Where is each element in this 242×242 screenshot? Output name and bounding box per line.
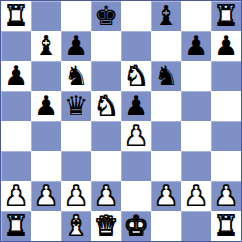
square-c2[interactable]: ♟ xyxy=(61,181,91,211)
square-a8[interactable]: ♜ xyxy=(1,1,31,31)
square-g5[interactable] xyxy=(181,91,211,121)
square-f1[interactable] xyxy=(151,211,181,241)
square-b2[interactable]: ♟ xyxy=(31,181,61,211)
square-a4[interactable] xyxy=(1,121,31,151)
square-g6[interactable] xyxy=(181,61,211,91)
piece-white-bishop[interactable]: ♝ xyxy=(64,212,88,239)
square-d4[interactable] xyxy=(91,121,121,151)
square-e5[interactable]: ♟ xyxy=(121,91,151,121)
square-d2[interactable]: ♟ xyxy=(91,181,121,211)
piece-black-pawn[interactable]: ♟ xyxy=(124,92,148,119)
square-g7[interactable]: ♟ xyxy=(181,31,211,61)
square-f8[interactable]: ♝ xyxy=(151,1,181,31)
piece-white-knight[interactable]: ♞ xyxy=(124,62,148,89)
piece-white-queen[interactable]: ♛ xyxy=(94,212,118,239)
square-c6[interactable]: ♞ xyxy=(61,61,91,91)
square-e3[interactable] xyxy=(121,151,151,181)
square-d3[interactable] xyxy=(91,151,121,181)
square-c3[interactable] xyxy=(61,151,91,181)
square-b5[interactable]: ♟ xyxy=(31,91,61,121)
square-b4[interactable] xyxy=(31,121,61,151)
square-c5[interactable]: ♛ xyxy=(61,91,91,121)
square-c1[interactable]: ♝ xyxy=(61,211,91,241)
square-b3[interactable] xyxy=(31,151,61,181)
square-h5[interactable] xyxy=(211,91,241,121)
square-e7[interactable] xyxy=(121,31,151,61)
piece-white-rook[interactable]: ♜ xyxy=(214,212,238,239)
square-b6[interactable] xyxy=(31,61,61,91)
piece-black-knight[interactable]: ♞ xyxy=(154,62,178,89)
square-h8[interactable]: ♜ xyxy=(211,1,241,31)
square-b7[interactable]: ♝ xyxy=(31,31,61,61)
piece-black-bishop[interactable]: ♝ xyxy=(154,2,178,29)
piece-black-bishop[interactable]: ♝ xyxy=(34,32,58,59)
piece-white-rook[interactable]: ♜ xyxy=(4,2,28,29)
piece-white-rook[interactable]: ♜ xyxy=(214,2,238,29)
square-h4[interactable] xyxy=(211,121,241,151)
piece-white-king[interactable]: ♚ xyxy=(124,212,148,239)
square-c4[interactable] xyxy=(61,121,91,151)
piece-white-pawn[interactable]: ♟ xyxy=(214,182,238,209)
square-c7[interactable]: ♟ xyxy=(61,31,91,61)
piece-white-knight[interactable]: ♞ xyxy=(94,92,118,119)
chess-board: ♜♚♝♜♝♟♟♟♟♞♞♞♟♛♞♟♟♟♟♟♟♟♟♟♜♝♛♚♜ xyxy=(0,0,242,242)
piece-black-king[interactable]: ♚ xyxy=(94,2,118,29)
piece-black-knight[interactable]: ♞ xyxy=(64,62,88,89)
square-g1[interactable] xyxy=(181,211,211,241)
square-e1[interactable]: ♚ xyxy=(121,211,151,241)
piece-black-pawn[interactable]: ♟ xyxy=(214,32,238,59)
square-f2[interactable]: ♟ xyxy=(151,181,181,211)
square-g2[interactable]: ♟ xyxy=(181,181,211,211)
piece-white-pawn[interactable]: ♟ xyxy=(4,182,28,209)
square-e6[interactable]: ♞ xyxy=(121,61,151,91)
square-g4[interactable] xyxy=(181,121,211,151)
square-d1[interactable]: ♛ xyxy=(91,211,121,241)
square-f4[interactable] xyxy=(151,121,181,151)
piece-white-pawn[interactable]: ♟ xyxy=(124,122,148,149)
square-a3[interactable] xyxy=(1,151,31,181)
square-d6[interactable] xyxy=(91,61,121,91)
square-d7[interactable] xyxy=(91,31,121,61)
piece-white-pawn[interactable]: ♟ xyxy=(64,182,88,209)
square-d8[interactable]: ♚ xyxy=(91,1,121,31)
square-c8[interactable] xyxy=(61,1,91,31)
square-a7[interactable] xyxy=(1,31,31,61)
square-h6[interactable] xyxy=(211,61,241,91)
piece-white-pawn[interactable]: ♟ xyxy=(154,182,178,209)
square-e8[interactable] xyxy=(121,1,151,31)
square-b8[interactable] xyxy=(31,1,61,31)
piece-black-pawn[interactable]: ♟ xyxy=(34,92,58,119)
square-f7[interactable] xyxy=(151,31,181,61)
square-e4[interactable]: ♟ xyxy=(121,121,151,151)
square-g3[interactable] xyxy=(181,151,211,181)
piece-black-queen[interactable]: ♛ xyxy=(64,92,88,119)
square-b1[interactable] xyxy=(31,211,61,241)
square-g8[interactable] xyxy=(181,1,211,31)
square-f6[interactable]: ♞ xyxy=(151,61,181,91)
square-d5[interactable]: ♞ xyxy=(91,91,121,121)
square-f5[interactable] xyxy=(151,91,181,121)
square-a2[interactable]: ♟ xyxy=(1,181,31,211)
square-h1[interactable]: ♜ xyxy=(211,211,241,241)
square-e2[interactable] xyxy=(121,181,151,211)
square-f3[interactable] xyxy=(151,151,181,181)
square-a1[interactable]: ♜ xyxy=(1,211,31,241)
square-h3[interactable] xyxy=(211,151,241,181)
piece-black-pawn[interactable]: ♟ xyxy=(4,62,28,89)
piece-white-pawn[interactable]: ♟ xyxy=(34,182,58,209)
piece-white-pawn[interactable]: ♟ xyxy=(184,182,208,209)
square-h7[interactable]: ♟ xyxy=(211,31,241,61)
square-h2[interactable]: ♟ xyxy=(211,181,241,211)
piece-white-pawn[interactable]: ♟ xyxy=(94,182,118,209)
piece-black-pawn[interactable]: ♟ xyxy=(184,32,208,59)
piece-white-rook[interactable]: ♜ xyxy=(4,212,28,239)
square-a6[interactable]: ♟ xyxy=(1,61,31,91)
square-a5[interactable] xyxy=(1,91,31,121)
piece-black-pawn[interactable]: ♟ xyxy=(64,32,88,59)
